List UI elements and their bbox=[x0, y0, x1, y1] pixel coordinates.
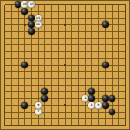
white-stone[interactable]: 7 bbox=[35, 109, 42, 116]
go-board[interactable]: 1357911131517 bbox=[1, 1, 129, 129]
black-stone[interactable] bbox=[102, 21, 109, 28]
star-point bbox=[24, 24, 26, 26]
grid-line-horizontal bbox=[5, 91, 127, 92]
grid-line-horizontal bbox=[5, 71, 127, 72]
white-stone[interactable]: 13 bbox=[35, 15, 42, 22]
grid-line-horizontal bbox=[5, 85, 127, 86]
move-number: 17 bbox=[29, 3, 33, 6]
grid-line-vertical bbox=[85, 5, 86, 127]
black-stone[interactable] bbox=[102, 102, 109, 109]
white-stone[interactable]: 17 bbox=[28, 1, 35, 8]
move-number: 3 bbox=[91, 104, 93, 107]
white-stone[interactable]: 9 bbox=[35, 102, 42, 109]
grid-line-vertical bbox=[78, 5, 79, 127]
grid-line-vertical bbox=[118, 5, 119, 127]
white-stone[interactable]: 11 bbox=[35, 21, 42, 28]
move-number: 9 bbox=[37, 104, 39, 107]
white-stone[interactable]: 5 bbox=[95, 102, 102, 109]
black-stone[interactable] bbox=[102, 95, 109, 102]
black-stone[interactable] bbox=[21, 62, 28, 69]
black-stone[interactable] bbox=[28, 28, 35, 35]
grid-line-horizontal bbox=[5, 125, 127, 126]
grid-line-vertical bbox=[71, 5, 72, 127]
grid-line-horizontal bbox=[5, 118, 127, 119]
white-stone[interactable]: 1 bbox=[82, 95, 89, 102]
screenshot-root: 1357911131517 bbox=[0, 0, 130, 130]
black-stone[interactable] bbox=[41, 95, 48, 102]
move-number: 1 bbox=[84, 97, 86, 100]
black-stone[interactable] bbox=[109, 95, 116, 102]
black-stone[interactable] bbox=[21, 8, 28, 15]
move-number: 7 bbox=[37, 110, 39, 113]
move-number: 13 bbox=[36, 16, 40, 19]
move-number: 5 bbox=[97, 104, 99, 107]
black-stone[interactable] bbox=[21, 102, 28, 109]
black-stone[interactable] bbox=[88, 95, 95, 102]
grid-line-vertical bbox=[125, 5, 126, 127]
move-number: 15 bbox=[23, 3, 27, 6]
black-stone[interactable] bbox=[109, 109, 116, 116]
move-number: 11 bbox=[36, 23, 40, 26]
grid-line-horizontal bbox=[5, 78, 127, 79]
black-stone[interactable] bbox=[102, 62, 109, 69]
star-point bbox=[64, 24, 66, 26]
